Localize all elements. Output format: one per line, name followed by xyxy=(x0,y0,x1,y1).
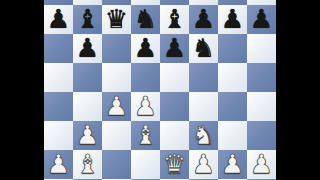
letterbox-left xyxy=(0,0,44,180)
square-b4[interactable] xyxy=(73,92,102,121)
square-a3[interactable] xyxy=(44,121,73,150)
square-g2[interactable]: ♟ xyxy=(218,150,247,179)
square-f3[interactable]: ♞ xyxy=(189,121,218,150)
square-f7[interactable]: ♟ xyxy=(189,5,218,34)
square-d3[interactable]: ♝ xyxy=(131,121,160,150)
square-c1[interactable] xyxy=(102,179,131,180)
square-d4[interactable]: ♟ xyxy=(131,92,160,121)
square-h1[interactable] xyxy=(247,179,276,180)
square-c4[interactable]: ♟ xyxy=(102,92,131,121)
white-pawn-f2[interactable]: ♟ xyxy=(189,150,218,179)
square-b7[interactable]: ♝ xyxy=(73,5,102,34)
square-e6[interactable]: ♟ xyxy=(160,34,189,63)
square-c3[interactable] xyxy=(102,121,131,150)
square-a1[interactable] xyxy=(44,179,73,180)
square-b3[interactable]: ♟ xyxy=(73,121,102,150)
white-knight-f3[interactable]: ♞ xyxy=(189,121,218,150)
square-h6[interactable] xyxy=(247,34,276,63)
square-e3[interactable] xyxy=(160,121,189,150)
square-b6[interactable]: ♟ xyxy=(73,34,102,63)
square-b2[interactable]: ♝ xyxy=(73,150,102,179)
square-c5[interactable] xyxy=(102,63,131,92)
square-d6[interactable]: ♟ xyxy=(131,34,160,63)
square-d5[interactable] xyxy=(131,63,160,92)
square-g6[interactable] xyxy=(218,34,247,63)
black-queen-c7[interactable]: ♛ xyxy=(102,5,131,34)
square-d1[interactable] xyxy=(131,179,160,180)
white-pawn-g2[interactable]: ♟ xyxy=(218,150,247,179)
black-pawn-h7[interactable]: ♟ xyxy=(247,5,276,34)
black-pawn-a7[interactable]: ♟ xyxy=(44,5,73,34)
square-f6[interactable]: ♞ xyxy=(189,34,218,63)
square-a7[interactable]: ♟ xyxy=(44,5,73,34)
square-c2[interactable] xyxy=(102,150,131,179)
square-a6[interactable] xyxy=(44,34,73,63)
square-e7[interactable]: ♝ xyxy=(160,5,189,34)
white-pawn-h2[interactable]: ♟ xyxy=(247,150,276,179)
black-pawn-f7[interactable]: ♟ xyxy=(189,5,218,34)
square-e2[interactable]: ♛ xyxy=(160,150,189,179)
white-pawn-b3[interactable]: ♟ xyxy=(73,121,102,150)
square-e4[interactable] xyxy=(160,92,189,121)
black-knight-f6[interactable]: ♞ xyxy=(189,34,218,63)
square-g1[interactable] xyxy=(218,179,247,180)
square-h3[interactable] xyxy=(247,121,276,150)
white-pawn-a2[interactable]: ♟ xyxy=(44,150,73,179)
square-f2[interactable]: ♟ xyxy=(189,150,218,179)
square-f5[interactable] xyxy=(189,63,218,92)
square-g7[interactable]: ♟ xyxy=(218,5,247,34)
square-f4[interactable] xyxy=(189,92,218,121)
square-c7[interactable]: ♛ xyxy=(102,5,131,34)
square-d2[interactable] xyxy=(131,150,160,179)
square-d7[interactable]: ♞ xyxy=(131,5,160,34)
black-bishop-b7[interactable]: ♝ xyxy=(73,5,102,34)
white-pawn-c4[interactable]: ♟ xyxy=(102,92,131,121)
square-h7[interactable]: ♟ xyxy=(247,5,276,34)
square-a5[interactable] xyxy=(44,63,73,92)
chess-board: ♜♟♝♛♞♝♟♟♟♟♟♟♞♟♟♟♝♞♟♝♛♟♟♟ xyxy=(44,0,276,180)
white-queen-e2[interactable]: ♛ xyxy=(160,150,189,179)
video-frame: ♜♟♝♛♞♝♟♟♟♟♟♟♞♟♟♟♝♞♟♝♛♟♟♟ xyxy=(0,0,320,180)
square-f1[interactable] xyxy=(189,179,218,180)
square-b1[interactable] xyxy=(73,179,102,180)
square-a4[interactable] xyxy=(44,92,73,121)
black-pawn-e6[interactable]: ♟ xyxy=(160,34,189,63)
square-g3[interactable] xyxy=(218,121,247,150)
square-h2[interactable]: ♟ xyxy=(247,150,276,179)
black-pawn-b6[interactable]: ♟ xyxy=(73,34,102,63)
black-pawn-g7[interactable]: ♟ xyxy=(218,5,247,34)
black-pawn-d6[interactable]: ♟ xyxy=(131,34,160,63)
square-a2[interactable]: ♟ xyxy=(44,150,73,179)
white-bishop-b2[interactable]: ♝ xyxy=(73,150,102,179)
black-bishop-e7[interactable]: ♝ xyxy=(160,5,189,34)
square-e1[interactable] xyxy=(160,179,189,180)
square-h5[interactable] xyxy=(247,63,276,92)
square-e5[interactable] xyxy=(160,63,189,92)
black-knight-d7[interactable]: ♞ xyxy=(131,5,160,34)
square-b5[interactable] xyxy=(73,63,102,92)
square-g5[interactable] xyxy=(218,63,247,92)
letterbox-right xyxy=(276,0,320,180)
white-bishop-d3[interactable]: ♝ xyxy=(131,121,160,150)
square-h4[interactable] xyxy=(247,92,276,121)
white-pawn-d4[interactable]: ♟ xyxy=(131,92,160,121)
square-c6[interactable] xyxy=(102,34,131,63)
square-g4[interactable] xyxy=(218,92,247,121)
